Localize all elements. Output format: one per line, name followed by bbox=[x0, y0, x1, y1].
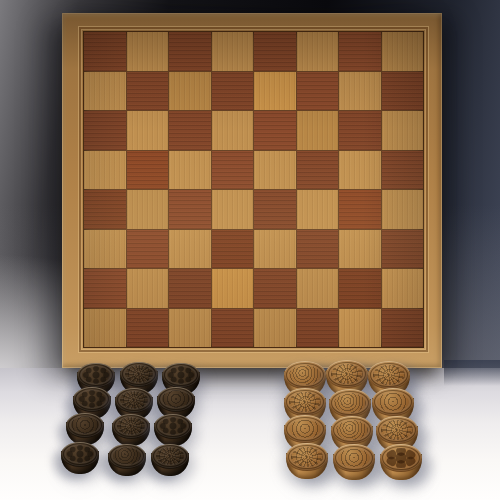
piece-carved-top bbox=[115, 388, 153, 413]
piece-carved-top bbox=[61, 442, 99, 467]
piece-carved-top bbox=[120, 362, 158, 387]
piece-carved-top bbox=[333, 444, 375, 472]
piece-carved-top bbox=[284, 388, 326, 416]
piece-carved-top bbox=[368, 361, 410, 389]
auction-photo bbox=[0, 0, 500, 500]
piece-carved-top bbox=[157, 387, 195, 412]
piece-carved-top bbox=[284, 361, 326, 389]
piece-carved-top bbox=[112, 414, 150, 439]
light-checker-piece bbox=[380, 444, 422, 480]
piece-carved-top bbox=[284, 415, 326, 443]
piece-carved-top bbox=[329, 389, 371, 417]
piece-carved-top bbox=[331, 416, 373, 444]
dark-checker-piece bbox=[151, 444, 189, 476]
piece-carved-top bbox=[162, 363, 200, 388]
piece-carved-top bbox=[151, 444, 189, 469]
light-checker-piece bbox=[333, 444, 375, 480]
piece-carved-top bbox=[154, 414, 192, 439]
dark-checker-piece bbox=[66, 413, 104, 445]
piece-carved-top bbox=[326, 360, 368, 388]
piece-carved-top bbox=[66, 413, 104, 438]
piece-carved-top bbox=[77, 363, 115, 388]
piece-carved-top bbox=[372, 388, 414, 416]
light-checker-piece bbox=[286, 443, 328, 479]
piece-carved-top bbox=[380, 444, 422, 472]
dark-checker-piece bbox=[108, 444, 146, 476]
piece-carved-top bbox=[286, 443, 328, 471]
dark-checker-piece bbox=[61, 442, 99, 474]
piece-carved-top bbox=[73, 387, 111, 412]
pieces-tray-area bbox=[0, 0, 500, 500]
piece-carved-top bbox=[376, 416, 418, 444]
dark-checker-piece bbox=[154, 414, 192, 446]
dark-checker-piece bbox=[112, 414, 150, 446]
piece-carved-top bbox=[108, 444, 146, 469]
